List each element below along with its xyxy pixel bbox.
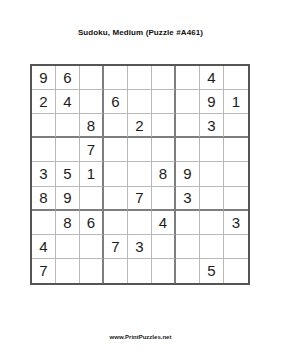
sudoku-cell-r7c8[interactable] (200, 211, 224, 235)
sudoku-cell-r8c2[interactable] (56, 235, 80, 259)
sudoku-cell-r1c7[interactable] (176, 66, 200, 90)
sudoku-cell-r1c6[interactable] (152, 66, 176, 90)
sudoku-cell-r1c4[interactable] (104, 66, 128, 90)
sudoku-cell-r8c3[interactable] (80, 235, 104, 259)
sudoku-cell-r2c9[interactable]: 1 (224, 90, 248, 114)
sudoku-cell-r4c4[interactable] (104, 138, 128, 162)
puzzle-page: Sudoku, Medium (Puzzle #A461) 9642469182… (0, 0, 281, 363)
sudoku-cell-r7c1[interactable] (32, 211, 56, 235)
sudoku-cell-r1c3[interactable] (80, 66, 104, 90)
sudoku-cell-r7c5[interactable] (128, 211, 152, 235)
sudoku-cell-r3c1[interactable] (32, 114, 56, 138)
sudoku-cell-r2c5[interactable] (128, 90, 152, 114)
sudoku-cell-r6c3[interactable] (80, 187, 104, 211)
sudoku-cell-r9c7[interactable] (176, 259, 200, 283)
sudoku-cell-r1c8[interactable]: 4 (200, 66, 224, 90)
sudoku-cell-r2c2[interactable]: 4 (56, 90, 80, 114)
sudoku-cell-r9c2[interactable] (56, 259, 80, 283)
sudoku-cell-r5c8[interactable] (200, 162, 224, 186)
sudoku-cell-r4c5[interactable] (128, 138, 152, 162)
sudoku-cell-r8c5[interactable]: 3 (128, 235, 152, 259)
sudoku-cell-r6c5[interactable]: 7 (128, 187, 152, 211)
sudoku-cell-r5c4[interactable] (104, 162, 128, 186)
sudoku-cell-r4c1[interactable] (32, 138, 56, 162)
sudoku-cell-r8c8[interactable] (200, 235, 224, 259)
sudoku-cell-r1c2[interactable]: 6 (56, 66, 80, 90)
sudoku-cell-r7c7[interactable] (176, 211, 200, 235)
sudoku-cell-r9c9[interactable] (224, 259, 248, 283)
sudoku-cell-r5c6[interactable]: 8 (152, 162, 176, 186)
page-title: Sudoku, Medium (Puzzle #A461) (0, 28, 281, 37)
sudoku-cell-r4c2[interactable] (56, 138, 80, 162)
sudoku-cell-r5c1[interactable]: 3 (32, 162, 56, 186)
sudoku-cell-r3c7[interactable] (176, 114, 200, 138)
sudoku-cell-r5c3[interactable]: 1 (80, 162, 104, 186)
sudoku-cell-r9c6[interactable] (152, 259, 176, 283)
sudoku-cell-r9c8[interactable]: 5 (200, 259, 224, 283)
sudoku-cell-r4c6[interactable] (152, 138, 176, 162)
sudoku-cell-r4c8[interactable] (200, 138, 224, 162)
sudoku-cell-r3c2[interactable] (56, 114, 80, 138)
sudoku-cell-r7c9[interactable]: 3 (224, 211, 248, 235)
sudoku-cell-r3c6[interactable] (152, 114, 176, 138)
sudoku-cell-r3c9[interactable] (224, 114, 248, 138)
sudoku-cell-r3c8[interactable]: 3 (200, 114, 224, 138)
sudoku-cell-r6c4[interactable] (104, 187, 128, 211)
sudoku-cell-r5c5[interactable] (128, 162, 152, 186)
sudoku-cell-r2c8[interactable]: 9 (200, 90, 224, 114)
sudoku-cell-r1c9[interactable] (224, 66, 248, 90)
footer-site-url: www.PrintPuzzles.net (0, 334, 281, 340)
sudoku-cell-r3c5[interactable]: 2 (128, 114, 152, 138)
sudoku-cell-r4c9[interactable] (224, 138, 248, 162)
sudoku-cell-r2c7[interactable] (176, 90, 200, 114)
sudoku-cell-r1c5[interactable] (128, 66, 152, 90)
sudoku-cell-r8c1[interactable]: 4 (32, 235, 56, 259)
sudoku-cell-r2c3[interactable] (80, 90, 104, 114)
sudoku-cell-r2c1[interactable]: 2 (32, 90, 56, 114)
sudoku-cell-r9c5[interactable] (128, 259, 152, 283)
sudoku-cell-r7c3[interactable]: 6 (80, 211, 104, 235)
sudoku-cell-r8c6[interactable] (152, 235, 176, 259)
sudoku-cell-r2c6[interactable] (152, 90, 176, 114)
sudoku-cell-r3c4[interactable] (104, 114, 128, 138)
sudoku-cell-r8c7[interactable] (176, 235, 200, 259)
sudoku-cell-r4c7[interactable] (176, 138, 200, 162)
sudoku-cell-r6c7[interactable]: 3 (176, 187, 200, 211)
sudoku-cell-r6c9[interactable] (224, 187, 248, 211)
sudoku-cell-r1c1[interactable]: 9 (32, 66, 56, 90)
sudoku-cell-r7c4[interactable] (104, 211, 128, 235)
sudoku-cell-r4c3[interactable]: 7 (80, 138, 104, 162)
sudoku-board: 964246918237351898973864347375 (30, 64, 250, 285)
sudoku-cell-r7c2[interactable]: 8 (56, 211, 80, 235)
sudoku-cell-r3c3[interactable]: 8 (80, 114, 104, 138)
sudoku-cell-r8c9[interactable] (224, 235, 248, 259)
sudoku-cell-r6c8[interactable] (200, 187, 224, 211)
sudoku-cell-r6c2[interactable]: 9 (56, 187, 80, 211)
sudoku-cell-r5c2[interactable]: 5 (56, 162, 80, 186)
sudoku-cell-r6c1[interactable]: 8 (32, 187, 56, 211)
sudoku-cell-r8c4[interactable]: 7 (104, 235, 128, 259)
sudoku-cell-r5c7[interactable]: 9 (176, 162, 200, 186)
sudoku-cell-r6c6[interactable] (152, 187, 176, 211)
sudoku-cell-r7c6[interactable]: 4 (152, 211, 176, 235)
sudoku-cell-r5c9[interactable] (224, 162, 248, 186)
sudoku-cell-r9c1[interactable]: 7 (32, 259, 56, 283)
sudoku-cell-r2c4[interactable]: 6 (104, 90, 128, 114)
sudoku-cell-r9c4[interactable] (104, 259, 128, 283)
sudoku-cell-r9c3[interactable] (80, 259, 104, 283)
